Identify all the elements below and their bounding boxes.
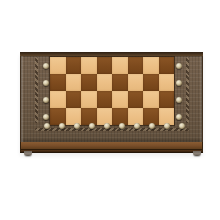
board-square <box>143 57 159 74</box>
board-square <box>97 57 113 74</box>
board-square <box>81 74 97 91</box>
metal-stud <box>176 114 182 120</box>
board-square <box>128 74 144 91</box>
metal-stud <box>149 123 155 129</box>
board-square <box>97 74 113 91</box>
board-square <box>66 74 82 91</box>
board-square <box>66 91 82 108</box>
board-square <box>128 57 144 74</box>
board-square <box>128 91 144 108</box>
chess-board <box>49 56 175 126</box>
board-square <box>66 108 82 125</box>
board-square <box>81 108 97 125</box>
metal-stud <box>119 123 125 129</box>
metal-stud <box>176 63 182 69</box>
metal-stud <box>43 97 49 103</box>
case-front-face <box>20 142 203 152</box>
metal-stud <box>89 123 95 129</box>
case-foot-right <box>193 151 201 156</box>
metal-stud <box>179 123 185 129</box>
board-square <box>143 91 159 108</box>
board-square <box>97 108 113 125</box>
metal-stud <box>176 97 182 103</box>
board-square <box>143 74 159 91</box>
metal-stud <box>43 63 49 69</box>
board-square <box>50 57 66 74</box>
metal-stud <box>43 114 49 120</box>
rope-carving-left <box>35 57 38 123</box>
board-square <box>112 74 128 91</box>
metal-stud <box>164 123 170 129</box>
case-foot-left <box>24 151 32 156</box>
board-square <box>81 91 97 108</box>
metal-stud <box>74 123 80 129</box>
board-square <box>112 57 128 74</box>
board-square <box>159 57 175 74</box>
metal-stud <box>134 123 140 129</box>
product-photo-background <box>0 0 220 220</box>
rope-carving-right <box>186 57 189 123</box>
board-square <box>66 57 82 74</box>
metal-stud <box>44 123 50 129</box>
board-square <box>112 91 128 108</box>
metal-stud <box>104 123 110 129</box>
metal-stud <box>43 80 49 86</box>
board-square <box>50 91 66 108</box>
case-bottom-edge <box>20 152 203 153</box>
chess-case <box>20 52 203 153</box>
case-top-face <box>20 56 203 142</box>
board-square <box>97 91 113 108</box>
board-square <box>50 74 66 91</box>
metal-stud <box>59 123 65 129</box>
board-square <box>159 91 175 108</box>
board-square <box>81 57 97 74</box>
metal-stud <box>176 80 182 86</box>
board-square <box>159 74 175 91</box>
